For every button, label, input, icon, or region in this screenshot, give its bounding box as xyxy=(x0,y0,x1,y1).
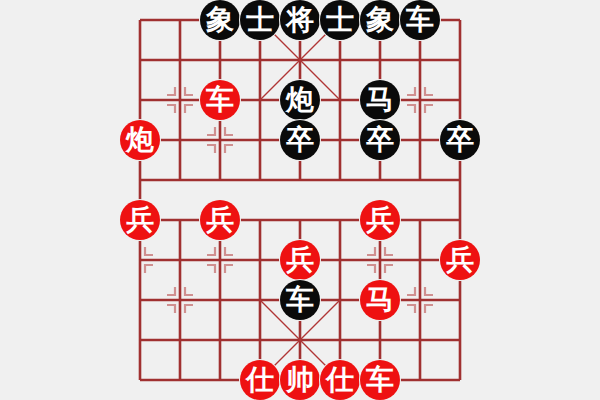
piece-black-advisor[interactable]: 士 xyxy=(320,0,360,40)
piece-black-soldier[interactable]: 卒 xyxy=(280,120,320,160)
piece-red-soldier[interactable]: 兵 xyxy=(280,240,320,280)
piece-red-chariot[interactable]: 车 xyxy=(200,80,240,120)
xiangqi-board: 象士将士象车车炮马炮卒卒卒兵兵兵兵兵车马仕帅仕车 xyxy=(0,0,600,400)
pieces-layer: 象士将士象车车炮马炮卒卒卒兵兵兵兵兵车马仕帅仕车 xyxy=(0,0,600,400)
piece-red-general[interactable]: 帅 xyxy=(280,360,320,400)
piece-red-horse[interactable]: 马 xyxy=(360,280,400,320)
piece-black-soldier[interactable]: 卒 xyxy=(440,120,480,160)
piece-red-soldier[interactable]: 兵 xyxy=(360,200,400,240)
piece-black-soldier[interactable]: 卒 xyxy=(360,120,400,160)
piece-black-cannon[interactable]: 炮 xyxy=(280,80,320,120)
piece-black-general[interactable]: 将 xyxy=(280,0,320,40)
piece-red-advisor[interactable]: 仕 xyxy=(320,360,360,400)
piece-black-elephant[interactable]: 象 xyxy=(360,0,400,40)
piece-black-chariot[interactable]: 车 xyxy=(400,0,440,40)
piece-red-soldier[interactable]: 兵 xyxy=(120,200,160,240)
piece-red-soldier[interactable]: 兵 xyxy=(200,200,240,240)
piece-red-chariot[interactable]: 车 xyxy=(360,360,400,400)
piece-red-cannon[interactable]: 炮 xyxy=(120,120,160,160)
piece-black-horse[interactable]: 马 xyxy=(360,80,400,120)
piece-black-advisor[interactable]: 士 xyxy=(240,0,280,40)
piece-black-chariot[interactable]: 车 xyxy=(280,280,320,320)
piece-red-advisor[interactable]: 仕 xyxy=(240,360,280,400)
piece-black-elephant[interactable]: 象 xyxy=(200,0,240,40)
piece-red-soldier[interactable]: 兵 xyxy=(440,240,480,280)
